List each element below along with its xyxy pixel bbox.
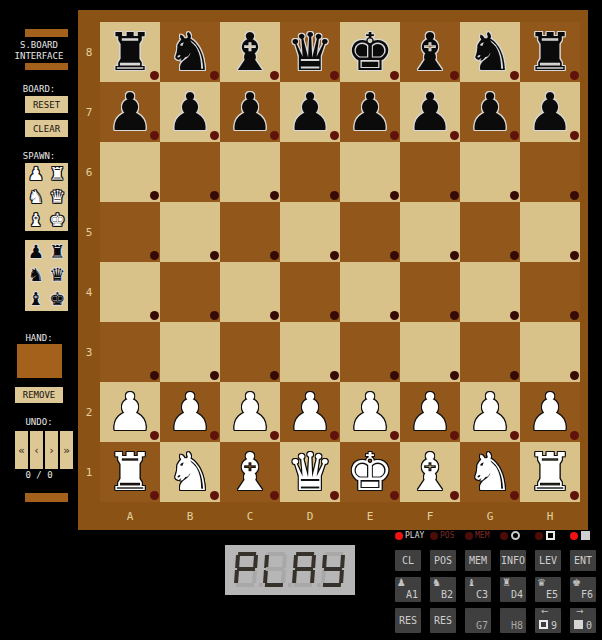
square-d2[interactable]: ♟ <box>280 382 340 442</box>
square-sensor-led <box>390 251 399 260</box>
key-a1[interactable]: ♟A1 <box>395 577 421 602</box>
knight-icon: ♞ <box>432 578 441 588</box>
black-rook-icon: ♜ <box>49 243 65 261</box>
square-sensor-led <box>450 431 459 440</box>
lcd-segment <box>237 567 255 571</box>
square-sensor-led <box>570 491 579 500</box>
key-g7[interactable]: G7 <box>465 608 491 633</box>
led-label: POS <box>440 530 454 542</box>
rook-icon: ♜ <box>502 578 511 588</box>
square-h5[interactable] <box>520 202 580 262</box>
square-b7[interactable]: ♟ <box>160 82 220 142</box>
status-led-row: PLAYPOSMEM <box>395 530 602 542</box>
key-cl[interactable]: CL <box>395 550 421 571</box>
key-info[interactable]: INFO <box>500 550 526 571</box>
key-label: H8 <box>511 621 523 631</box>
lcd-digit <box>234 552 258 587</box>
lcd-segment <box>236 583 254 587</box>
app-title: S.BOARD INTERFACE <box>0 40 78 62</box>
square-sensor-led <box>390 431 399 440</box>
square-h3[interactable] <box>520 322 580 382</box>
square-sensor-led <box>390 191 399 200</box>
spawn-black-rook[interactable]: ♜ <box>47 240 69 264</box>
spawn-black-king[interactable]: ♚ <box>47 287 69 311</box>
led-unlit <box>430 532 438 540</box>
key-label: D4 <box>511 590 523 600</box>
square-sensor-led <box>330 491 339 500</box>
square-e7[interactable]: ♟ <box>340 82 400 142</box>
square-f4[interactable] <box>400 262 460 322</box>
spawn-white-bishop[interactable]: ♝ <box>25 208 47 231</box>
square-sensor-led <box>210 131 219 140</box>
square-a2[interactable]: ♟ <box>100 382 160 442</box>
spawn-white-king[interactable]: ♚ <box>47 208 69 231</box>
square-c6[interactable] <box>220 142 280 202</box>
square-e1[interactable]: ♚ <box>340 442 400 502</box>
lcd-segment <box>321 570 326 583</box>
square-a7[interactable]: ♟ <box>100 82 160 142</box>
square-h8[interactable]: ♜ <box>520 22 580 82</box>
square-sensor-led <box>270 311 279 320</box>
square-b5[interactable] <box>160 202 220 262</box>
square-sensor-led <box>450 191 459 200</box>
led-unlit <box>535 532 543 540</box>
lcd-segment <box>295 567 313 571</box>
rank-label: 6 <box>78 142 100 202</box>
rank-label: 3 <box>78 322 100 382</box>
file-label: C <box>220 502 280 530</box>
app-title-line1: S.BOARD <box>0 40 78 51</box>
square-sensor-led <box>510 191 519 200</box>
square-sensor-led <box>390 131 399 140</box>
square-b3[interactable] <box>160 322 220 382</box>
lcd-segment <box>339 570 344 583</box>
square-g4[interactable] <box>460 262 520 322</box>
key-h8[interactable]: H8 <box>500 608 526 633</box>
square-g2[interactable]: ♟ <box>460 382 520 442</box>
key-label: E5 <box>546 590 558 600</box>
square-sensor-led <box>330 311 339 320</box>
square-sensor-led <box>510 371 519 380</box>
lcd-segment <box>266 567 284 571</box>
keypad-row-1: CLPOSMEMINFOLEVENT <box>395 550 596 571</box>
lcd-segment <box>281 570 286 583</box>
lcd-display <box>225 545 355 595</box>
file-labels: ABCDEFGH <box>100 502 580 530</box>
square-h6[interactable] <box>520 142 580 202</box>
square-d5[interactable] <box>280 202 340 262</box>
spawn-black-queen[interactable]: ♛ <box>47 264 69 288</box>
key-e5[interactable]: ♛E5 <box>535 577 561 602</box>
square-d7[interactable]: ♟ <box>280 82 340 142</box>
square-sensor-led <box>510 71 519 80</box>
square-sensor-led <box>210 431 219 440</box>
spawn-white-knight[interactable]: ♞ <box>25 186 47 209</box>
square-sensor-led <box>150 371 159 380</box>
black-knight-icon: ♞ <box>28 266 44 284</box>
file-label: E <box>340 502 400 530</box>
square-sensor-led <box>570 371 579 380</box>
pawn-icon: ♟ <box>397 578 406 588</box>
lcd-digit <box>292 552 316 587</box>
square-h2[interactable]: ♟ <box>520 382 580 442</box>
key-9[interactable]: ←9 <box>535 608 561 633</box>
square-sensor-led <box>270 371 279 380</box>
square-sensor-led <box>570 311 579 320</box>
square-sensor-led <box>570 431 579 440</box>
square-sensor-led <box>330 431 339 440</box>
square-sensor-led <box>390 371 399 380</box>
square-c2[interactable]: ♟ <box>220 382 280 442</box>
key-d4[interactable]: ♜D4 <box>500 577 526 602</box>
key-label: 9 <box>551 621 557 631</box>
led-group-clock <box>500 530 535 542</box>
chess-board: 87654321 ♜♞♝♛♚♝♞♜♟♟♟♟♟♟♟♟♟♟♟♟♟♟♟♟♜♞♝♛♚♝♞… <box>78 10 588 530</box>
key-label: F6 <box>581 590 593 600</box>
rank-label: 8 <box>78 22 100 82</box>
lcd-digit <box>321 552 345 587</box>
spawn-white-pawn[interactable]: ♟ <box>25 163 47 186</box>
square-e6[interactable] <box>340 142 400 202</box>
white-bishop-icon: ♝ <box>28 211 44 229</box>
square-sensor-led <box>150 431 159 440</box>
square-sensor-led <box>570 251 579 260</box>
undo-forward-button[interactable]: › <box>45 431 58 469</box>
square-sensor-led <box>270 251 279 260</box>
key-f6[interactable]: ♚F6 <box>570 577 596 602</box>
key-c3[interactable]: ♝C3 <box>465 577 491 602</box>
bishop-icon: ♝ <box>467 578 476 588</box>
led-group-mem: MEM <box>465 530 500 542</box>
square-g5[interactable] <box>460 202 520 262</box>
square-sensor-led <box>270 431 279 440</box>
lcd-segment <box>265 583 283 587</box>
square-filled-icon <box>581 531 590 540</box>
square-sensor-led <box>210 251 219 260</box>
square-outline-icon <box>539 620 548 629</box>
file-label: A <box>100 502 160 530</box>
white-queen-icon: ♛ <box>49 188 65 206</box>
square-sensor-led <box>330 251 339 260</box>
square-d8[interactable]: ♛ <box>280 22 340 82</box>
square-filled-icon <box>574 620 583 629</box>
led-lit <box>395 532 403 540</box>
lcd-segment <box>294 583 312 587</box>
square-sensor-led <box>510 251 519 260</box>
rank-label: 1 <box>78 442 100 502</box>
keypad-row-2: ♟A1♞B2♝C3♜D4♛E5♚F6 <box>395 577 596 602</box>
file-label: F <box>400 502 460 530</box>
square-e5[interactable] <box>340 202 400 262</box>
file-label: G <box>460 502 520 530</box>
square-sensor-led <box>510 431 519 440</box>
square-sensor-led <box>210 371 219 380</box>
square-sensor-led <box>510 311 519 320</box>
square-sensor-led <box>210 71 219 80</box>
clock-icon <box>511 531 520 540</box>
square-sensor-led <box>150 131 159 140</box>
led-group-square-filled <box>570 530 602 542</box>
square-d6[interactable] <box>280 142 340 202</box>
square-outline-icon <box>546 531 555 540</box>
square-sensor-led <box>570 71 579 80</box>
divider-bar <box>25 29 68 37</box>
board-section-label: BOARD: <box>0 84 78 95</box>
led-unlit <box>465 532 473 540</box>
led-group-square-outline <box>535 530 570 542</box>
square-h1[interactable]: ♜ <box>520 442 580 502</box>
square-sensor-led <box>390 491 399 500</box>
led-lit <box>570 532 578 540</box>
square-sensor-led <box>450 311 459 320</box>
led-label: PLAY <box>405 530 424 542</box>
spawn-black-bishop[interactable]: ♝ <box>25 287 47 311</box>
square-a6[interactable] <box>100 142 160 202</box>
square-c1[interactable]: ♝ <box>220 442 280 502</box>
file-label: B <box>160 502 220 530</box>
square-sensor-led <box>450 251 459 260</box>
square-sensor-led <box>270 71 279 80</box>
square-sensor-led <box>210 491 219 500</box>
square-e2[interactable]: ♟ <box>340 382 400 442</box>
rank-label: 7 <box>78 82 100 142</box>
square-g6[interactable] <box>460 142 520 202</box>
queen-icon: ♛ <box>537 578 546 588</box>
square-e3[interactable] <box>340 322 400 382</box>
arrow-right-icon: → <box>576 607 584 616</box>
square-sensor-led <box>150 311 159 320</box>
lcd-segment <box>234 570 239 583</box>
spawn-palette-white: ♟♜♞♛♝♚ <box>25 163 68 231</box>
square-sensor-led <box>450 131 459 140</box>
square-c5[interactable] <box>220 202 280 262</box>
key-ent[interactable]: ENT <box>570 550 596 571</box>
key-b2[interactable]: ♞B2 <box>430 577 456 602</box>
square-a3[interactable] <box>100 322 160 382</box>
square-g7[interactable]: ♟ <box>460 82 520 142</box>
square-f3[interactable] <box>400 322 460 382</box>
led-group-pos: POS <box>430 530 465 542</box>
undo-counter: 0 / 0 <box>0 470 78 481</box>
square-sensor-led <box>570 131 579 140</box>
undo-back-button[interactable]: ‹ <box>30 431 43 469</box>
square-g8[interactable]: ♞ <box>460 22 520 82</box>
white-king-icon: ♚ <box>49 211 65 229</box>
square-a1[interactable]: ♜ <box>100 442 160 502</box>
divider-bar <box>25 63 68 70</box>
remove-button[interactable]: REMOVE <box>15 387 63 403</box>
key-label: 0 <box>586 621 592 631</box>
square-sensor-led <box>390 71 399 80</box>
board-grid: ♜♞♝♛♚♝♞♜♟♟♟♟♟♟♟♟♟♟♟♟♟♟♟♟♜♞♝♛♚♝♞♜ <box>100 22 580 502</box>
white-rook-icon: ♜ <box>49 165 65 183</box>
square-sensor-led <box>150 491 159 500</box>
lcd-segment <box>324 567 342 571</box>
file-label: H <box>520 502 580 530</box>
square-sensor-led <box>330 131 339 140</box>
spawn-palette-black: ♟♜♞♛♝♚ <box>25 240 68 311</box>
white-pawn-icon: ♟ <box>28 165 44 183</box>
square-sensor-led <box>330 191 339 200</box>
square-sensor-led <box>210 311 219 320</box>
square-f5[interactable] <box>400 202 460 262</box>
square-d3[interactable] <box>280 322 340 382</box>
square-c4[interactable] <box>220 262 280 322</box>
white-knight-icon: ♞ <box>28 188 44 206</box>
lcd-segment <box>323 583 341 587</box>
square-sensor-led <box>330 371 339 380</box>
rank-labels: 87654321 <box>78 22 100 502</box>
led-label: MEM <box>475 530 489 542</box>
square-sensor-led <box>150 71 159 80</box>
key-lev[interactable]: LEV <box>535 550 561 571</box>
spawn-white-queen[interactable]: ♛ <box>47 186 69 209</box>
square-b2[interactable]: ♟ <box>160 382 220 442</box>
spawn-black-pawn[interactable]: ♟ <box>25 240 47 264</box>
square-b6[interactable] <box>160 142 220 202</box>
square-g3[interactable] <box>460 322 520 382</box>
square-sensor-led <box>450 371 459 380</box>
square-h7[interactable]: ♟ <box>520 82 580 142</box>
square-e8[interactable]: ♚ <box>340 22 400 82</box>
square-e4[interactable] <box>340 262 400 322</box>
keypad-row-3: RESRESG7H8←9→0 <box>395 608 596 633</box>
rank-label: 5 <box>78 202 100 262</box>
spawn-section-label: SPAWN: <box>0 151 78 162</box>
undo-section-label: UNDO: <box>0 417 78 428</box>
led-group-play: PLAY <box>395 530 430 542</box>
square-f6[interactable] <box>400 142 460 202</box>
square-sensor-led <box>330 71 339 80</box>
square-f8[interactable]: ♝ <box>400 22 460 82</box>
square-h4[interactable] <box>520 262 580 322</box>
spawn-white-rook[interactable]: ♜ <box>47 163 69 186</box>
square-b4[interactable] <box>160 262 220 322</box>
lcd-segment <box>292 570 297 583</box>
key-label: B2 <box>441 590 453 600</box>
undo-last-button[interactable]: » <box>60 431 73 469</box>
key-0[interactable]: →0 <box>570 608 596 633</box>
square-sensor-led <box>210 191 219 200</box>
square-d4[interactable] <box>280 262 340 322</box>
square-c3[interactable] <box>220 322 280 382</box>
square-f1[interactable]: ♝ <box>400 442 460 502</box>
key-label: G7 <box>476 621 488 631</box>
square-sensor-led <box>270 191 279 200</box>
clear-button[interactable]: CLEAR <box>25 120 68 137</box>
key-label: C3 <box>476 590 488 600</box>
file-label: D <box>280 502 340 530</box>
square-sensor-led <box>270 131 279 140</box>
square-sensor-led <box>450 491 459 500</box>
black-king-icon: ♚ <box>49 290 65 308</box>
rank-label: 2 <box>78 382 100 442</box>
rank-label: 4 <box>78 262 100 322</box>
square-c8[interactable]: ♝ <box>220 22 280 82</box>
king-icon: ♚ <box>572 578 581 588</box>
black-queen-icon: ♛ <box>49 266 65 284</box>
chess-computer-ui: S.BOARD INTERFACE BOARD: RESET CLEAR SPA… <box>0 0 602 640</box>
lcd-segment <box>252 570 257 583</box>
black-pawn-icon: ♟ <box>28 243 44 261</box>
square-d1[interactable]: ♛ <box>280 442 340 502</box>
square-f7[interactable]: ♟ <box>400 82 460 142</box>
square-g1[interactable]: ♞ <box>460 442 520 502</box>
square-c7[interactable]: ♟ <box>220 82 280 142</box>
key-pos[interactable]: POS <box>430 550 456 571</box>
key-label: A1 <box>406 590 418 600</box>
undo-first-button[interactable]: « <box>15 431 28 469</box>
square-b1[interactable]: ♞ <box>160 442 220 502</box>
spawn-black-knight[interactable]: ♞ <box>25 264 47 288</box>
led-unlit <box>500 532 508 540</box>
lcd-segment <box>310 570 315 583</box>
app-title-line2: INTERFACE <box>0 51 78 62</box>
key-res-1[interactable]: RES <box>395 608 421 633</box>
square-f2[interactable]: ♟ <box>400 382 460 442</box>
square-sensor-led <box>270 491 279 500</box>
reset-button[interactable]: RESET <box>25 96 68 113</box>
hand-section-label: HAND: <box>0 333 78 344</box>
arrow-left-icon: ← <box>541 607 549 616</box>
lcd-digit <box>263 552 287 587</box>
square-sensor-led <box>510 491 519 500</box>
key-res-2[interactable]: RES <box>430 608 456 633</box>
undo-controls: «‹›» <box>15 431 73 469</box>
divider-bar <box>25 493 68 502</box>
square-sensor-led <box>450 71 459 80</box>
square-sensor-led <box>510 131 519 140</box>
square-a5[interactable] <box>100 202 160 262</box>
square-a4[interactable] <box>100 262 160 322</box>
hand-slot[interactable] <box>17 344 62 378</box>
black-bishop-icon: ♝ <box>28 290 44 308</box>
square-b8[interactable]: ♞ <box>160 22 220 82</box>
key-mem[interactable]: MEM <box>465 550 491 571</box>
square-sensor-led <box>570 191 579 200</box>
square-sensor-led <box>150 191 159 200</box>
square-sensor-led <box>390 311 399 320</box>
square-sensor-led <box>150 251 159 260</box>
square-a8[interactable]: ♜ <box>100 22 160 82</box>
lcd-segment <box>263 570 268 583</box>
